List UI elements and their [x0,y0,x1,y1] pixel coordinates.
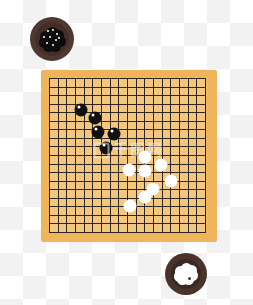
white-stone-glyph: ○ [164,174,177,187]
white-bowl-interior [171,259,201,289]
stone-highlight [110,130,113,133]
stones-layer: ●●●●●○○○○○○○○ [49,78,206,233]
black-bowl-interior [35,22,69,56]
stone-highlight-dot [55,39,57,41]
white-stone-glyph: ○ [139,165,152,178]
white-stone-glyph: ○ [123,164,136,177]
white-stone-glyph: ○ [154,159,167,172]
pile-gap-dot [188,277,191,280]
stone-highlight-dot [56,33,58,35]
stone-highlight-dot [47,30,49,32]
black-stone: ● [107,128,120,141]
stone-highlight-dot [46,42,48,44]
white-stone: ○ [139,191,152,204]
black-stone: ● [89,112,102,125]
white-stone: ○ [123,199,136,212]
black-stones-bowl [30,17,74,61]
stone-highlight [92,114,95,117]
black-stone-glyph: ● [99,142,112,155]
stone-highlight-dot [52,29,54,31]
black-stone: ● [92,126,105,139]
black-stone: ● [75,104,88,117]
white-stone: ○ [123,164,136,177]
black-stone-glyph: ● [75,104,88,117]
black-stone-glyph: ● [89,112,102,125]
black-stone-glyph: ● [107,128,120,141]
go-board: ●●●●●○○○○○○○○ 千图网 [41,70,217,242]
stone-highlight [78,106,81,109]
stone-highlight-dot [58,37,60,39]
stone-highlight-dot [52,44,54,46]
illustration-canvas: ●●●●●○○○○○○○○ 千图网 [0,0,253,305]
white-stone-glyph: ○ [139,191,152,204]
stone-highlight [102,144,105,147]
black-stone: ● [99,142,112,155]
board-field: ●●●●●○○○○○○○○ [49,78,206,233]
white-stone: ○ [139,165,152,178]
stone-highlight-dot [49,36,51,38]
white-stone: ○ [154,159,167,172]
white-stone: ○ [164,174,177,187]
white-stones-bowl [165,253,207,295]
white-stone: ○ [138,150,151,163]
white-stone-glyph: ○ [123,199,136,212]
white-stone-glyph: ○ [138,150,151,163]
black-stone-glyph: ● [92,126,105,139]
stone-highlight-dot [43,36,45,38]
stone-highlight [95,128,98,131]
